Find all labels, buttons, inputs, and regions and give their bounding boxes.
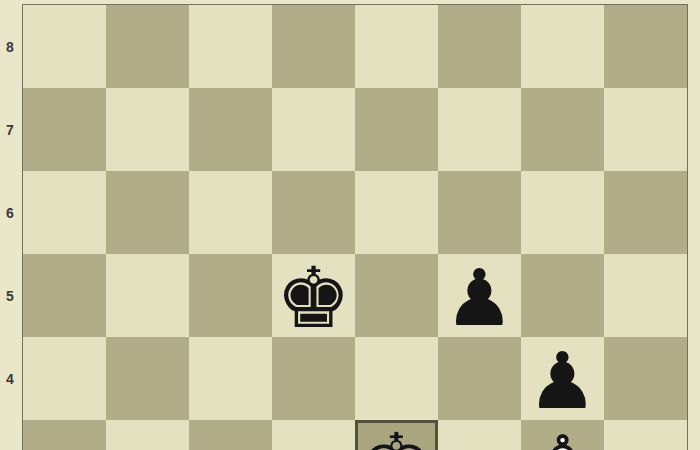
square-f4[interactable] xyxy=(438,337,521,420)
square-d6[interactable] xyxy=(272,171,355,254)
square-d3[interactable] xyxy=(272,420,355,450)
rank-label-7: 7 xyxy=(0,122,20,138)
rank-label-5: 5 xyxy=(0,288,20,304)
square-c4[interactable] xyxy=(189,337,272,420)
square-h8[interactable] xyxy=(604,5,687,88)
square-e4[interactable] xyxy=(355,337,438,420)
square-e7[interactable] xyxy=(355,88,438,171)
square-a5[interactable] xyxy=(23,254,106,337)
square-c7[interactable] xyxy=(189,88,272,171)
square-h3[interactable] xyxy=(604,420,687,450)
square-g6[interactable] xyxy=(521,171,604,254)
rank-label-8: 8 xyxy=(0,39,20,55)
black-pawn[interactable]: ♟ xyxy=(521,339,604,422)
square-c5[interactable] xyxy=(189,254,272,337)
square-e6[interactable] xyxy=(355,171,438,254)
square-f8[interactable] xyxy=(438,5,521,88)
square-d7[interactable] xyxy=(272,88,355,171)
square-e8[interactable] xyxy=(355,5,438,88)
square-a6[interactable] xyxy=(23,171,106,254)
white-king[interactable]: ♚ xyxy=(355,422,438,450)
square-a4[interactable] xyxy=(23,337,106,420)
square-b5[interactable] xyxy=(106,254,189,337)
square-d4[interactable] xyxy=(272,337,355,420)
square-b8[interactable] xyxy=(106,5,189,88)
square-g5[interactable] xyxy=(521,254,604,337)
white-pawn-outline[interactable]: ♙ xyxy=(521,422,604,450)
black-pawn[interactable]: ♟ xyxy=(438,256,521,339)
chess-board: ♚♟♟♚♔♟♙ xyxy=(22,4,688,450)
rank-label-6: 6 xyxy=(0,205,20,221)
square-f5[interactable]: ♟ xyxy=(438,254,521,337)
square-d5[interactable]: ♚ xyxy=(272,254,355,337)
square-a7[interactable] xyxy=(23,88,106,171)
square-c3[interactable] xyxy=(189,420,272,450)
square-d8[interactable] xyxy=(272,5,355,88)
black-king[interactable]: ♚ xyxy=(272,256,355,339)
square-g8[interactable] xyxy=(521,5,604,88)
square-g4[interactable]: ♟ xyxy=(521,337,604,420)
square-e3[interactable]: ♚♔ xyxy=(355,420,438,450)
square-b7[interactable] xyxy=(106,88,189,171)
square-f7[interactable] xyxy=(438,88,521,171)
square-c8[interactable] xyxy=(189,5,272,88)
square-a8[interactable] xyxy=(23,5,106,88)
square-b4[interactable] xyxy=(106,337,189,420)
square-h6[interactable] xyxy=(604,171,687,254)
square-b3[interactable] xyxy=(106,420,189,450)
square-h4[interactable] xyxy=(604,337,687,420)
rank-label-4: 4 xyxy=(0,371,20,387)
square-h5[interactable] xyxy=(604,254,687,337)
square-c6[interactable] xyxy=(189,171,272,254)
square-f6[interactable] xyxy=(438,171,521,254)
chess-app-viewport: { "game": "chess", "position": { "fen": … xyxy=(0,0,700,450)
square-g3[interactable]: ♟♙ xyxy=(521,420,604,450)
square-h7[interactable] xyxy=(604,88,687,171)
square-b6[interactable] xyxy=(106,171,189,254)
white-pawn[interactable]: ♟ xyxy=(521,422,604,450)
square-a3[interactable] xyxy=(23,420,106,450)
white-king-outline[interactable]: ♔ xyxy=(355,422,438,450)
square-e5[interactable] xyxy=(355,254,438,337)
square-g7[interactable] xyxy=(521,88,604,171)
square-f3[interactable] xyxy=(438,420,521,450)
